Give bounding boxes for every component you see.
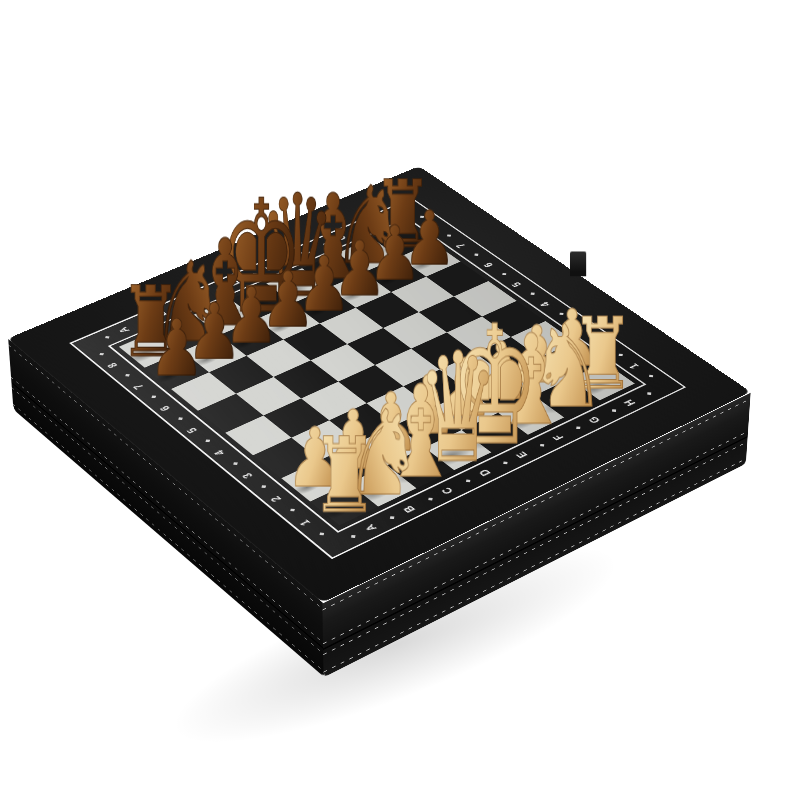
- product-photo: AABBCCDDEEFFGGHH1122334455667788 ♜♞♝♚♛♝♞…: [0, 0, 800, 800]
- piece-shadow: [536, 391, 582, 416]
- scene: AABBCCDDEEFFGGHH1122334455667788 ♜♞♝♚♛♝♞…: [0, 0, 800, 800]
- bishop-glyph: ♝: [184, 224, 265, 344]
- piece-shadow: [328, 459, 362, 478]
- knight-glyph: ♞: [524, 310, 610, 424]
- piece-white-knight-g1: ♞: [524, 310, 610, 424]
- piece-shadow: [513, 373, 546, 391]
- piece-shadow: [339, 249, 383, 272]
- piece-shadow: [376, 235, 416, 255]
- piece-shadow: [549, 357, 582, 375]
- piece-shadow: [290, 477, 325, 496]
- piece-shadow: [404, 424, 438, 443]
- piece-shadow: [574, 376, 616, 399]
- pawn-glyph: ♟: [541, 299, 603, 377]
- chess-box: AABBCCDDEEFFGGHH1122334455667788 ♜♞♝♚♛♝♞…: [7, 166, 750, 603]
- piece-shadow: [314, 498, 358, 523]
- piece-black-bishop-c8: ♝: [184, 224, 265, 344]
- piece-shadow: [264, 318, 297, 335]
- piece-white-pawn-h2: ♟: [541, 299, 603, 377]
- latch-tab: [570, 251, 586, 276]
- piece-shadow: [350, 478, 398, 505]
